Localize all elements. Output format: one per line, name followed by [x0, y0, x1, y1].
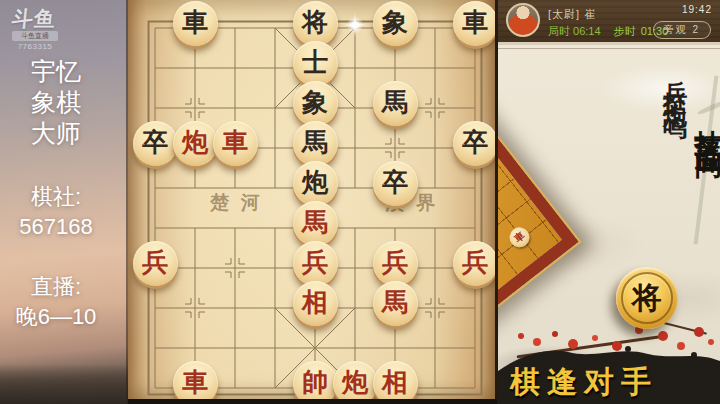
river-label-left: 楚河 — [198, 190, 272, 216]
live-hours: 晚6—10 — [0, 302, 112, 332]
piece-卒-f6r4: 卒 — [373, 161, 418, 206]
spectate-label: 旁观 — [664, 24, 688, 35]
piece-帥-f4r9: 帥 — [293, 361, 338, 404]
streamer-title-line2: 象棋 — [0, 87, 112, 118]
game-time-label: 局时 — [548, 25, 570, 37]
plum-blossoms — [518, 333, 524, 339]
stream-screen: 斗鱼 斗鱼直播 7763315 宇忆 象棋 大师 棋社: 567168 直播: … — [0, 0, 720, 404]
panel-divider-left — [126, 0, 128, 404]
piece-象-f6r0: 象 — [373, 1, 418, 46]
piece-兵-f8r6: 兵 — [453, 241, 498, 286]
spectate-badge[interactable]: 旁观 2 — [653, 21, 711, 39]
spectate-count: 2 — [692, 24, 700, 35]
piece-士-f4r1: 士 — [293, 41, 338, 86]
decorative-poster: 車馬炮卒兵炮相帥車 兵挺炮鸣 技艺盖世间 将 棋逢对手 — [498, 42, 720, 404]
chess-club-info: 棋社: 567168 — [0, 182, 112, 242]
featured-piece-char: 将 — [632, 278, 662, 319]
piece-卒-f0r3: 卒 — [133, 121, 178, 166]
grass-silhouette — [0, 364, 128, 404]
streamer-title-line1: 宇忆 — [0, 56, 112, 87]
poster-banner-text: 棋逢对手 — [510, 362, 658, 403]
bamboo-decoration — [694, 75, 719, 244]
move-time-label: 步时 — [614, 25, 636, 37]
mini-piece-車: 車 — [506, 223, 534, 251]
game-side-panel: [太尉] 崔 局时 06:14 步时 01:30 19:42 旁观 2 車馬炮卒… — [498, 0, 720, 404]
calligraphy-main: 技艺盖世间 — [689, 107, 720, 132]
douyu-logo-badge: 斗鱼直播 — [12, 31, 58, 41]
piece-炮-f1r3: 炮 — [173, 121, 218, 166]
xiangqi-board: 楚河 漢界 車将象車士象馬卒炮車馬卒炮卒馬兵兵兵兵相馬車帥炮相 — [128, 0, 497, 404]
featured-general-piece: 将 — [616, 267, 678, 329]
piece-兵-f6r6: 兵 — [373, 241, 418, 286]
piece-車-f8r0: 車 — [453, 1, 498, 46]
room-id: 7763315 — [12, 42, 58, 51]
calligraphy-right: 兵挺炮鸣 — [659, 61, 691, 109]
bottom-edge — [128, 399, 497, 404]
live-label: 直播: — [0, 272, 112, 302]
piece-将-f4r0: 将 — [293, 1, 338, 46]
opponent-avatar — [506, 3, 540, 37]
piece-車-f1r9: 車 — [173, 361, 218, 404]
douyu-logo-text: 斗鱼 — [11, 8, 59, 30]
club-number: 567168 — [0, 212, 112, 242]
club-label: 棋社: — [0, 182, 112, 212]
streamer-title: 宇忆 象棋 大师 — [0, 56, 112, 149]
move-highlight-sparkle — [345, 15, 365, 35]
piece-卒-f8r3: 卒 — [453, 121, 498, 166]
opponent-info-bar: [太尉] 崔 局时 06:14 步时 01:30 19:42 旁观 2 — [498, 0, 720, 42]
piece-車-f1r0: 車 — [173, 1, 218, 46]
piece-兵-f4r6: 兵 — [293, 241, 338, 286]
piece-車-f2r3: 車 — [213, 121, 258, 166]
piece-馬-f4r5: 馬 — [293, 201, 338, 246]
piece-相-f6r9: 相 — [373, 361, 418, 404]
streamer-sidebar: 斗鱼 斗鱼直播 7763315 宇忆 象棋 大师 棋社: 567168 直播: … — [0, 0, 128, 404]
piece-象-f4r2: 象 — [293, 81, 338, 126]
opponent-clocks: 局时 06:14 步时 01:30 — [548, 24, 668, 39]
douyu-logo: 斗鱼 斗鱼直播 7763315 — [12, 8, 58, 51]
piece-炮-f4r4: 炮 — [293, 161, 338, 206]
piece-馬-f6r2: 馬 — [373, 81, 418, 126]
piece-馬-f4r3: 馬 — [293, 121, 338, 166]
piece-馬-f6r7: 馬 — [373, 281, 418, 326]
piece-相-f4r7: 相 — [293, 281, 338, 326]
opponent-name: [太尉] 崔 — [548, 7, 596, 22]
live-schedule: 直播: 晚6—10 — [0, 272, 112, 332]
game-time-value: 06:14 — [573, 25, 601, 37]
piece-兵-f0r6: 兵 — [133, 241, 178, 286]
piece-炮-f5r9: 炮 — [333, 361, 378, 404]
system-clock: 19:42 — [682, 4, 712, 15]
streamer-title-line3: 大师 — [0, 118, 112, 149]
